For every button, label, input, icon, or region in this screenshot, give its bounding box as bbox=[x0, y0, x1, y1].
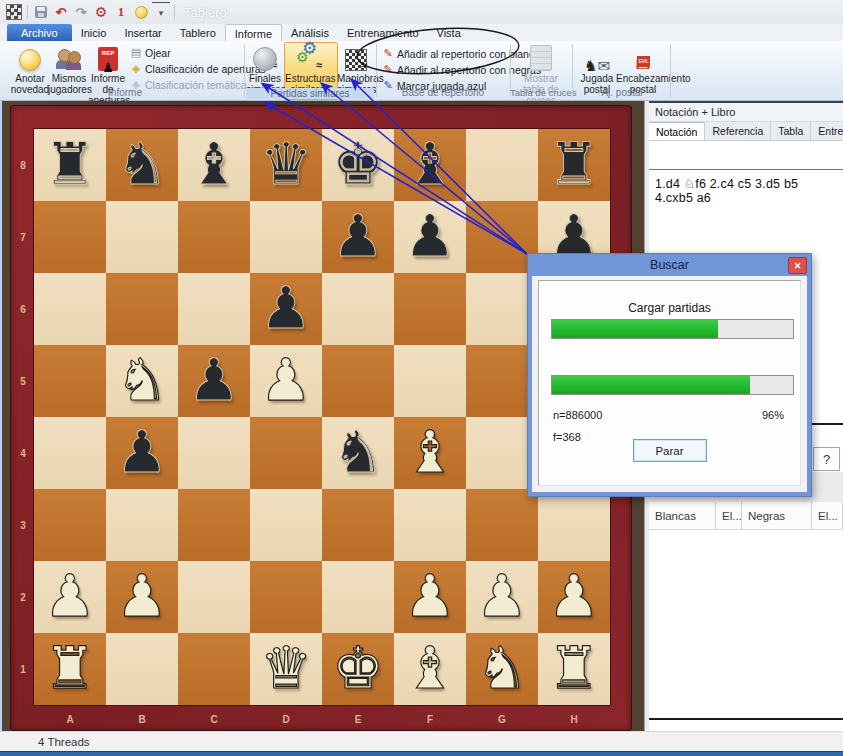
white-rook[interactable]: ♜ bbox=[538, 633, 610, 705]
knight-envelope-icon: ♞✉ bbox=[574, 43, 620, 71]
square-c7[interactable] bbox=[178, 201, 250, 273]
notation-tab-notación[interactable]: Notación bbox=[649, 122, 705, 140]
progress-bar-2 bbox=[551, 375, 794, 395]
square-b8[interactable]: ♞ bbox=[106, 129, 178, 201]
app-board-icon bbox=[5, 3, 23, 21]
tab-inicio[interactable]: Inicio bbox=[72, 24, 116, 41]
square-h3[interactable] bbox=[538, 489, 610, 561]
square-b4[interactable]: ♟ bbox=[106, 417, 178, 489]
window-bottom-border bbox=[0, 751, 843, 756]
square-b6[interactable] bbox=[106, 273, 178, 345]
divider bbox=[174, 5, 175, 19]
close-icon[interactable]: ✕ bbox=[788, 257, 807, 274]
help-button[interactable]: ? bbox=[813, 447, 840, 471]
square-e1[interactable]: ♚ bbox=[322, 633, 394, 705]
white-bishop[interactable]: ♝ bbox=[394, 417, 466, 489]
square-e4[interactable]: ♞ bbox=[322, 417, 394, 489]
notation-tab-tabla[interactable]: Tabla bbox=[771, 122, 811, 140]
square-d3[interactable] bbox=[250, 489, 322, 561]
square-h2[interactable]: ♟ bbox=[538, 561, 610, 633]
group-separator bbox=[244, 44, 245, 97]
black-rook[interactable]: ♜ bbox=[34, 129, 106, 201]
square-a1[interactable]: ♜ bbox=[34, 633, 106, 705]
status-bar: 4 Threads bbox=[0, 731, 843, 751]
square-b1[interactable] bbox=[106, 633, 178, 705]
group-label-base-repertorio: Base de repertorio bbox=[378, 87, 508, 98]
square-a4[interactable] bbox=[34, 417, 106, 489]
white-pawn[interactable]: ♟ bbox=[466, 561, 538, 633]
square-a2[interactable]: ♟ bbox=[34, 561, 106, 633]
white-knight[interactable]: ♞ bbox=[466, 633, 538, 705]
red-pen-icon: ✎ bbox=[382, 48, 394, 60]
peek-icon: ▤ bbox=[130, 47, 142, 59]
dialog-title: Buscar bbox=[528, 254, 811, 276]
black-pawn[interactable]: ♟ bbox=[250, 273, 322, 345]
group-label-tabla-cruces: Tabla de cruces bbox=[510, 87, 572, 98]
file-label-b: B bbox=[106, 710, 178, 728]
pane-title: Notación + Libro bbox=[649, 103, 843, 122]
square-e8[interactable]: ♚ bbox=[322, 129, 394, 201]
square-d6[interactable]: ♟ bbox=[250, 273, 322, 345]
square-a6[interactable] bbox=[34, 273, 106, 345]
rank-label-2: 2 bbox=[14, 561, 32, 633]
notation-tab-entrenamiento[interactable]: Entrenamiento bbox=[811, 122, 843, 140]
black-queen[interactable]: ♛ bbox=[250, 129, 322, 201]
divider bbox=[649, 169, 843, 170]
square-h8[interactable]: ♜ bbox=[538, 129, 610, 201]
notation-tab-referencia[interactable]: Referencia bbox=[705, 122, 771, 140]
white-king[interactable]: ♚ bbox=[322, 633, 394, 705]
square-f2[interactable]: ♟ bbox=[394, 561, 466, 633]
rank-label-8: 8 bbox=[14, 129, 32, 201]
white-bishop[interactable]: ♝ bbox=[394, 633, 466, 705]
file-label-e: E bbox=[322, 710, 394, 728]
black-pawn[interactable]: ♟ bbox=[394, 201, 466, 273]
square-a7[interactable] bbox=[34, 201, 106, 273]
square-e5[interactable] bbox=[322, 345, 394, 417]
crosstable-icon bbox=[512, 43, 570, 71]
square-f1[interactable]: ♝ bbox=[394, 633, 466, 705]
black-knight[interactable]: ♞ bbox=[106, 129, 178, 201]
file-label-h: H bbox=[538, 710, 610, 728]
redo-icon[interactable]: ↷ bbox=[72, 3, 90, 21]
black-rook[interactable]: ♜ bbox=[538, 129, 610, 201]
checkerboard-icon: ≈ bbox=[337, 43, 375, 71]
threads-label: 4 Threads bbox=[38, 736, 90, 748]
square-e6[interactable] bbox=[322, 273, 394, 345]
square-d5[interactable]: ♟ bbox=[250, 345, 322, 417]
black-bishop[interactable]: ♝ bbox=[394, 129, 466, 201]
notation-tabs: NotaciónReferenciaTablaEntrenamientoP bbox=[649, 122, 843, 141]
black-king[interactable]: ♚ bbox=[322, 129, 394, 201]
column-header-1[interactable]: El... bbox=[716, 502, 742, 529]
window-title: Tablero bbox=[184, 5, 227, 20]
white-pawn[interactable]: ♟ bbox=[538, 561, 610, 633]
square-f4[interactable]: ♝ bbox=[394, 417, 466, 489]
black-pawn[interactable]: ♟ bbox=[322, 201, 394, 273]
square-b2[interactable]: ♟ bbox=[106, 561, 178, 633]
square-c6[interactable] bbox=[178, 273, 250, 345]
white-rook[interactable]: ♜ bbox=[34, 633, 106, 705]
bulb-icon[interactable] bbox=[132, 3, 150, 21]
trainer-icon[interactable]: 1 bbox=[112, 3, 130, 21]
move-list[interactable]: 1.d4 ♘f6 2.c4 c5 3.d5 b5 4.cxb5 a6 bbox=[655, 176, 837, 205]
divider bbox=[649, 718, 843, 720]
divider bbox=[27, 5, 28, 19]
group-separator bbox=[572, 44, 573, 97]
square-f7[interactable]: ♟ bbox=[394, 201, 466, 273]
file-label-a: A bbox=[34, 710, 106, 728]
percent-label: 96% bbox=[762, 409, 784, 421]
white-pawn[interactable]: ♟ bbox=[106, 561, 178, 633]
tab-vista[interactable]: Vista bbox=[428, 24, 470, 41]
report-document-icon: REP♟ bbox=[88, 43, 128, 71]
square-g8[interactable] bbox=[466, 129, 538, 201]
square-e2[interactable] bbox=[322, 561, 394, 633]
rank-label-3: 3 bbox=[14, 489, 32, 561]
black-pawn[interactable]: ♟ bbox=[178, 345, 250, 417]
file-label-d: D bbox=[250, 710, 322, 728]
square-c4[interactable] bbox=[178, 417, 250, 489]
ribbon-tab-row: ArchivoInicioInsertarTableroInformeAnáli… bbox=[0, 24, 843, 41]
square-e3[interactable] bbox=[322, 489, 394, 561]
rank-label-1: 1 bbox=[14, 633, 32, 705]
square-g1[interactable]: ♞ bbox=[466, 633, 538, 705]
eml-envelope-icon: ✉EML bbox=[616, 43, 670, 71]
classification-icon: ◈ bbox=[130, 63, 142, 75]
ojear-button[interactable]: ▤ Ojear bbox=[130, 46, 171, 59]
search-dialog: Buscar ✕ Cargar partidas n=886000 96% f=… bbox=[527, 253, 812, 497]
square-d1[interactable]: ♛ bbox=[250, 633, 322, 705]
games-table-header: BlancasEl...NegrasEl... bbox=[649, 502, 843, 530]
endgame-sphere-icon: ≈ bbox=[246, 43, 284, 71]
rank-label-4: 4 bbox=[14, 417, 32, 489]
square-c3[interactable] bbox=[178, 489, 250, 561]
engine-icon[interactable]: ⚙ bbox=[92, 3, 110, 21]
undo-icon[interactable]: ↶ bbox=[52, 3, 70, 21]
rank-label-6: 6 bbox=[14, 273, 32, 345]
ribbon: Anotar novedad Mismos jugadores REP♟ Inf… bbox=[0, 41, 843, 101]
white-knight[interactable]: ♞ bbox=[106, 345, 178, 417]
chess-board[interactable]: ♜♞♝♛♚♝♜♟♟♟♟♞♟♟♟♞♝♟♟♟♟♟♜♛♚♝♞♜ bbox=[34, 129, 610, 705]
save-icon[interactable] bbox=[32, 3, 50, 21]
square-a3[interactable] bbox=[34, 489, 106, 561]
dialog-inner-panel: Cargar partidas n=886000 96% f=368 Parar bbox=[538, 280, 801, 486]
column-header-2[interactable]: Negras bbox=[742, 502, 812, 529]
square-d2[interactable] bbox=[250, 561, 322, 633]
stop-button[interactable]: Parar bbox=[633, 439, 707, 462]
white-pawn[interactable]: ♟ bbox=[394, 561, 466, 633]
square-g3[interactable] bbox=[466, 489, 538, 561]
square-h1[interactable]: ♜ bbox=[538, 633, 610, 705]
file-label-c: C bbox=[178, 710, 250, 728]
square-b5[interactable]: ♞ bbox=[106, 345, 178, 417]
square-g2[interactable]: ♟ bbox=[466, 561, 538, 633]
column-header-0[interactable]: Blancas bbox=[649, 502, 716, 529]
tab-tablero[interactable]: Tablero bbox=[171, 24, 225, 41]
window-left-border bbox=[0, 101, 2, 731]
tab-insertar[interactable]: Insertar bbox=[115, 24, 170, 41]
quick-access-dropdown-icon[interactable]: ▾ bbox=[152, 2, 170, 22]
rank-label-5: 5 bbox=[14, 345, 32, 417]
tab-informe[interactable]: Informe bbox=[225, 24, 282, 41]
white-pawn[interactable]: ♟ bbox=[250, 345, 322, 417]
lightbulb-icon bbox=[8, 43, 52, 71]
group-separator bbox=[670, 44, 671, 97]
square-d8[interactable]: ♛ bbox=[250, 129, 322, 201]
dialog-body: Cargar partidas n=886000 96% f=368 Parar bbox=[532, 276, 807, 492]
group-separator bbox=[376, 44, 377, 97]
group-label-aj-postal: Aj. postal bbox=[574, 87, 670, 98]
black-pawn[interactable]: ♟ bbox=[106, 417, 178, 489]
square-c5[interactable]: ♟ bbox=[178, 345, 250, 417]
progress-bar-1 bbox=[551, 319, 794, 339]
square-f3[interactable] bbox=[394, 489, 466, 561]
square-f8[interactable]: ♝ bbox=[394, 129, 466, 201]
file-label-f: F bbox=[394, 710, 466, 728]
tab-archivo[interactable]: Archivo bbox=[7, 24, 72, 41]
red-pen-icon: ✎ bbox=[382, 64, 394, 76]
square-f5[interactable] bbox=[394, 345, 466, 417]
square-a5[interactable] bbox=[34, 345, 106, 417]
black-bishop[interactable]: ♝ bbox=[178, 129, 250, 201]
dialog-message: Cargar partidas bbox=[539, 301, 800, 315]
title-bar: ↶ ↷ ⚙ 1 ▾ Tablero bbox=[0, 0, 843, 24]
gears-icon: ⚙⚙≈ bbox=[285, 43, 335, 71]
group-label-partidas-similares: Partidas similares bbox=[246, 88, 374, 99]
square-e7[interactable]: ♟ bbox=[322, 201, 394, 273]
black-knight[interactable]: ♞ bbox=[322, 417, 394, 489]
square-c2[interactable] bbox=[178, 561, 250, 633]
white-pawn[interactable]: ♟ bbox=[34, 561, 106, 633]
square-c1[interactable] bbox=[178, 633, 250, 705]
square-b3[interactable] bbox=[106, 489, 178, 561]
square-c8[interactable]: ♝ bbox=[178, 129, 250, 201]
column-header-3[interactable]: El... bbox=[812, 502, 843, 529]
square-d7[interactable] bbox=[250, 201, 322, 273]
square-b7[interactable] bbox=[106, 201, 178, 273]
games-count-label: n=886000 bbox=[553, 409, 602, 421]
square-f6[interactable] bbox=[394, 273, 466, 345]
tab-entrenamiento[interactable]: Entrenamiento bbox=[338, 24, 428, 41]
square-a8[interactable]: ♜ bbox=[34, 129, 106, 201]
found-count-label: f=368 bbox=[553, 431, 581, 443]
rank-label-7: 7 bbox=[14, 201, 32, 273]
file-label-g: G bbox=[466, 710, 538, 728]
square-d4[interactable] bbox=[250, 417, 322, 489]
players-icon bbox=[48, 43, 90, 71]
white-queen[interactable]: ♛ bbox=[250, 633, 322, 705]
group-label-informe: Informe bbox=[8, 87, 242, 98]
